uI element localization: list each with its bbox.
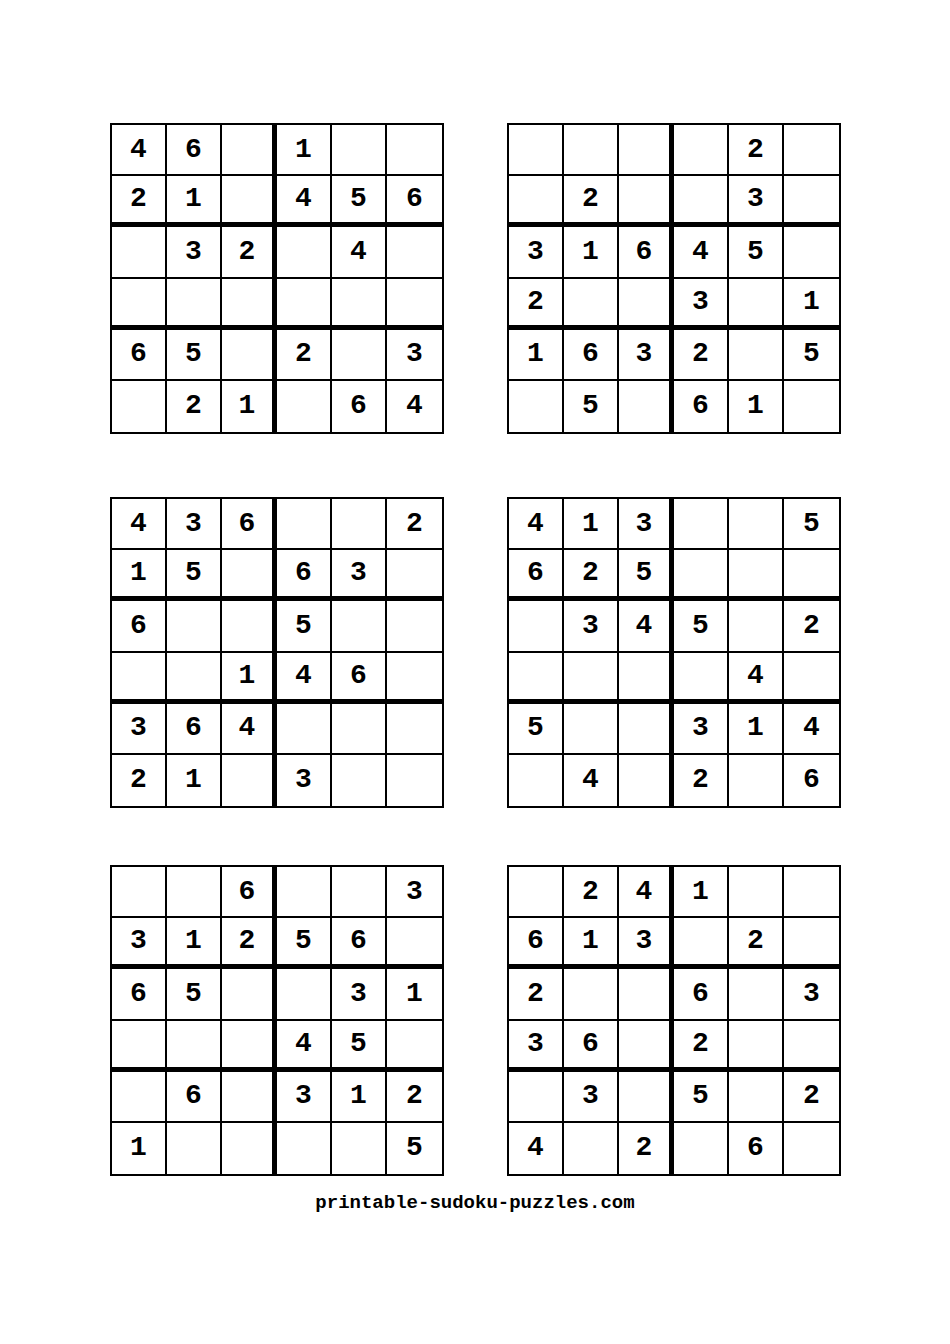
puzzle-4-cell-r4c2	[564, 653, 619, 704]
puzzle-6-cell-r4c1: 3	[509, 1021, 564, 1072]
puzzle-3-cell-r2c5: 3	[332, 550, 387, 601]
puzzle-1-cell-r6c4	[277, 381, 332, 432]
puzzle-3-cell-r3c4: 5	[277, 601, 332, 652]
puzzle-4-cell-r4c6	[784, 653, 839, 704]
puzzle-1-cell-r6c3: 1	[222, 381, 277, 432]
puzzle-4-cell-r3c6: 2	[784, 601, 839, 652]
puzzle-6-cell-r1c3: 4	[619, 867, 674, 918]
puzzle-5-cell-r6c6: 5	[387, 1123, 442, 1174]
puzzle-4-cell-r2c3: 5	[619, 550, 674, 601]
puzzle-5-cell-r6c1: 1	[112, 1123, 167, 1174]
puzzle-1-cell-r4c1	[112, 279, 167, 330]
puzzle-2-cell-r4c5	[729, 279, 784, 330]
puzzle-5-cell-r6c5	[332, 1123, 387, 1174]
puzzle-2-cell-r2c2: 2	[564, 176, 619, 227]
puzzle-1-cell-r4c3	[222, 279, 277, 330]
puzzle-1-cell-r1c5	[332, 125, 387, 176]
puzzle-4-cell-r3c5	[729, 601, 784, 652]
puzzle-1-cell-r5c5	[332, 330, 387, 381]
puzzle-3-cell-r5c2: 6	[167, 704, 222, 755]
puzzle-2-cell-r2c6	[784, 176, 839, 227]
puzzle-5-cell-r3c3	[222, 969, 277, 1020]
puzzle-2-cell-r3c5: 5	[729, 227, 784, 278]
puzzle-1-cell-r4c5	[332, 279, 387, 330]
puzzle-5-cell-r5c3	[222, 1072, 277, 1123]
puzzle-6-cell-r6c1: 4	[509, 1123, 564, 1174]
puzzle-3-cell-r6c2: 1	[167, 755, 222, 806]
puzzle-2-cell-r1c5: 2	[729, 125, 784, 176]
puzzle-5-cell-r1c6: 3	[387, 867, 442, 918]
puzzle-6-cell-r6c4	[674, 1123, 729, 1174]
puzzle-1-cell-r1c4: 1	[277, 125, 332, 176]
puzzle-2-cell-r3c6	[784, 227, 839, 278]
puzzle-1-cell-r3c2: 3	[167, 227, 222, 278]
puzzle-6-cell-r4c6	[784, 1021, 839, 1072]
puzzle-1-cell-r2c6: 6	[387, 176, 442, 227]
sudoku-board-top-right: 2233164523116325561	[507, 123, 841, 434]
puzzle-4-cell-r5c3	[619, 704, 674, 755]
puzzle-6-cell-r6c5: 6	[729, 1123, 784, 1174]
puzzle-3-cell-r5c1: 3	[112, 704, 167, 755]
puzzle-5-cell-r1c5	[332, 867, 387, 918]
puzzle-4-cell-r1c4	[674, 499, 729, 550]
puzzle-1-cell-r3c1	[112, 227, 167, 278]
puzzle-6-cell-r5c2: 3	[564, 1072, 619, 1123]
puzzle-4-cell-r3c3: 4	[619, 601, 674, 652]
puzzle-2-cell-r5c3: 3	[619, 330, 674, 381]
puzzle-6-cell-r6c2	[564, 1123, 619, 1174]
puzzle-6-cell-r2c2: 1	[564, 918, 619, 969]
puzzle-2-cell-r5c4: 2	[674, 330, 729, 381]
puzzle-2-cell-r2c5: 3	[729, 176, 784, 227]
puzzle-2-cell-r4c4: 3	[674, 279, 729, 330]
puzzle-1-cell-r3c5: 4	[332, 227, 387, 278]
puzzle-4-cell-r3c2: 3	[564, 601, 619, 652]
puzzle-5-cell-r4c1	[112, 1021, 167, 1072]
puzzle-6-cell-r1c2: 2	[564, 867, 619, 918]
puzzle-3-cell-r4c4: 4	[277, 653, 332, 704]
sudoku-board-bottom-left: 6331256653145631215	[110, 865, 444, 1176]
puzzle-3-cell-r3c5	[332, 601, 387, 652]
puzzle-3-cell-r1c4	[277, 499, 332, 550]
puzzle-1-cell-r5c6: 3	[387, 330, 442, 381]
puzzle-4-cell-r2c5	[729, 550, 784, 601]
puzzle-3-cell-r3c6	[387, 601, 442, 652]
puzzle-1-cell-r2c1: 2	[112, 176, 167, 227]
puzzle-4-cell-r4c3	[619, 653, 674, 704]
puzzle-6-cell-r4c2: 6	[564, 1021, 619, 1072]
puzzle-6-cell-r5c6: 2	[784, 1072, 839, 1123]
puzzle-5-cell-r3c2: 5	[167, 969, 222, 1020]
puzzle-2-cell-r2c3	[619, 176, 674, 227]
puzzle-3-cell-r3c2	[167, 601, 222, 652]
puzzle-1-cell-r5c3	[222, 330, 277, 381]
puzzle-5-cell-r2c1: 3	[112, 918, 167, 969]
sudoku-board-middle-left: 4362156365146364213	[110, 497, 444, 808]
puzzle-5-cell-r2c3: 2	[222, 918, 277, 969]
puzzle-6-cell-r4c5	[729, 1021, 784, 1072]
puzzle-2-cell-r3c3: 6	[619, 227, 674, 278]
puzzle-6-cell-r3c6: 3	[784, 969, 839, 1020]
puzzle-2-cell-r6c5: 1	[729, 381, 784, 432]
puzzle-1-cell-r2c3	[222, 176, 277, 227]
puzzle-1-cell-r4c2	[167, 279, 222, 330]
puzzle-1-cell-r6c1	[112, 381, 167, 432]
puzzle-5-cell-r4c3	[222, 1021, 277, 1072]
puzzle-6-cell-r5c4: 5	[674, 1072, 729, 1123]
puzzle-4-cell-r6c4: 2	[674, 755, 729, 806]
puzzle-5-cell-r3c5: 3	[332, 969, 387, 1020]
puzzle-1-cell-r6c5: 6	[332, 381, 387, 432]
puzzle-3-cell-r6c5	[332, 755, 387, 806]
puzzle-1-cell-r2c5: 5	[332, 176, 387, 227]
puzzle-2-cell-r1c3	[619, 125, 674, 176]
puzzle-3-cell-r2c4: 6	[277, 550, 332, 601]
puzzle-1-cell-r4c6	[387, 279, 442, 330]
puzzle-5-cell-r5c2: 6	[167, 1072, 222, 1123]
puzzle-2-cell-r4c3	[619, 279, 674, 330]
puzzle-6-cell-r1c5	[729, 867, 784, 918]
puzzle-2-cell-r6c4: 6	[674, 381, 729, 432]
puzzle-4-cell-r2c2: 2	[564, 550, 619, 601]
puzzle-5-cell-r2c2: 1	[167, 918, 222, 969]
puzzle-3-cell-r1c3: 6	[222, 499, 277, 550]
puzzle-1-cell-r2c2: 1	[167, 176, 222, 227]
puzzle-3-cell-r5c6	[387, 704, 442, 755]
puzzle-1-cell-r5c1: 6	[112, 330, 167, 381]
puzzle-3-cell-r2c6	[387, 550, 442, 601]
puzzle-4-cell-r6c5	[729, 755, 784, 806]
puzzle-5-cell-r5c6: 2	[387, 1072, 442, 1123]
puzzle-2-cell-r2c1	[509, 176, 564, 227]
puzzle-1-cell-r5c4: 2	[277, 330, 332, 381]
puzzle-4-cell-r5c6: 4	[784, 704, 839, 755]
puzzle-1-cell-r2c4: 4	[277, 176, 332, 227]
puzzle-4-cell-r5c1: 5	[509, 704, 564, 755]
puzzle-3-cell-r4c3: 1	[222, 653, 277, 704]
puzzle-3-cell-r6c4: 3	[277, 755, 332, 806]
puzzle-5-cell-r1c1	[112, 867, 167, 918]
puzzle-3-cell-r5c3: 4	[222, 704, 277, 755]
puzzle-3-cell-r4c2	[167, 653, 222, 704]
puzzle-5-cell-r2c4: 5	[277, 918, 332, 969]
puzzle-1-cell-r6c6: 4	[387, 381, 442, 432]
puzzle-2-cell-r1c2	[564, 125, 619, 176]
puzzle-4-cell-r6c1	[509, 755, 564, 806]
puzzle-3-cell-r1c5	[332, 499, 387, 550]
puzzle-2-cell-r6c2: 5	[564, 381, 619, 432]
puzzle-1-cell-r1c3	[222, 125, 277, 176]
puzzle-5-cell-r6c2	[167, 1123, 222, 1174]
puzzle-4-cell-r4c4	[674, 653, 729, 704]
puzzle-6-cell-r2c5: 2	[729, 918, 784, 969]
puzzle-6-cell-r4c3	[619, 1021, 674, 1072]
puzzle-6-cell-r3c2	[564, 969, 619, 1020]
puzzle-4-cell-r2c1: 6	[509, 550, 564, 601]
puzzle-1-cell-r1c1: 4	[112, 125, 167, 176]
puzzle-1-cell-r3c6	[387, 227, 442, 278]
puzzle-3-cell-r2c3	[222, 550, 277, 601]
puzzle-6-cell-r6c6	[784, 1123, 839, 1174]
puzzle-3-cell-r3c3	[222, 601, 277, 652]
sudoku-board-top-left: 4612145632465232164	[110, 123, 444, 434]
puzzle-3-cell-r6c3	[222, 755, 277, 806]
puzzle-4-cell-r3c4: 5	[674, 601, 729, 652]
puzzle-5-cell-r4c6	[387, 1021, 442, 1072]
puzzle-1-cell-r1c6	[387, 125, 442, 176]
puzzle-5-cell-r1c3: 6	[222, 867, 277, 918]
puzzle-2-cell-r6c3	[619, 381, 674, 432]
puzzle-1-cell-r1c2: 6	[167, 125, 222, 176]
puzzle-5-cell-r6c4	[277, 1123, 332, 1174]
puzzle-6-cell-r1c4: 1	[674, 867, 729, 918]
puzzle-5-cell-r6c3	[222, 1123, 277, 1174]
puzzle-4-cell-r5c2	[564, 704, 619, 755]
puzzle-2-cell-r4c1: 2	[509, 279, 564, 330]
puzzle-4-cell-r4c5: 4	[729, 653, 784, 704]
puzzle-5-cell-r4c4: 4	[277, 1021, 332, 1072]
puzzle-5-cell-r3c6: 1	[387, 969, 442, 1020]
puzzle-2-cell-r3c1: 3	[509, 227, 564, 278]
puzzle-4-cell-r6c2: 4	[564, 755, 619, 806]
puzzle-4-cell-r4c1	[509, 653, 564, 704]
puzzle-5-cell-r2c5: 6	[332, 918, 387, 969]
puzzle-6-cell-r2c4	[674, 918, 729, 969]
puzzle-2-cell-r5c2: 6	[564, 330, 619, 381]
puzzle-2-cell-r1c1	[509, 125, 564, 176]
footer-site-name: printable-sudoku-puzzles.com	[0, 1192, 950, 1214]
puzzle-4-cell-r1c1: 4	[509, 499, 564, 550]
puzzle-5-cell-r2c6	[387, 918, 442, 969]
puzzle-3-cell-r3c1: 6	[112, 601, 167, 652]
puzzle-3-cell-r4c6	[387, 653, 442, 704]
puzzle-6-cell-r2c6	[784, 918, 839, 969]
puzzle-6-cell-r5c1	[509, 1072, 564, 1123]
printable-sudoku-page: 4612145632465232164 2233164523116325561 …	[0, 0, 950, 1344]
puzzle-3-cell-r6c6	[387, 755, 442, 806]
puzzle-6-cell-r3c1: 2	[509, 969, 564, 1020]
puzzle-3-cell-r1c1: 4	[112, 499, 167, 550]
puzzle-4-cell-r6c6: 6	[784, 755, 839, 806]
puzzle-3-cell-r5c5	[332, 704, 387, 755]
puzzle-5-cell-r1c2	[167, 867, 222, 918]
sudoku-board-middle-right: 4135625345245314426	[507, 497, 841, 808]
puzzle-6-cell-r4c4: 2	[674, 1021, 729, 1072]
puzzle-4-cell-r1c6: 5	[784, 499, 839, 550]
sudoku-board-bottom-right: 2416132263362352426	[507, 865, 841, 1176]
puzzle-2-cell-r6c1	[509, 381, 564, 432]
puzzle-4-cell-r5c5: 1	[729, 704, 784, 755]
puzzle-1-cell-r6c2: 2	[167, 381, 222, 432]
puzzle-6-cell-r2c1: 6	[509, 918, 564, 969]
puzzle-6-cell-r3c4: 6	[674, 969, 729, 1020]
puzzle-6-cell-r5c3	[619, 1072, 674, 1123]
puzzle-2-cell-r3c4: 4	[674, 227, 729, 278]
puzzle-1-cell-r5c2: 5	[167, 330, 222, 381]
puzzle-6-cell-r6c3: 2	[619, 1123, 674, 1174]
puzzle-4-cell-r2c4	[674, 550, 729, 601]
puzzle-4-cell-r1c3: 3	[619, 499, 674, 550]
puzzle-5-cell-r5c4: 3	[277, 1072, 332, 1123]
puzzle-2-cell-r5c1: 1	[509, 330, 564, 381]
puzzle-6-cell-r1c1	[509, 867, 564, 918]
puzzle-3-cell-r1c6: 2	[387, 499, 442, 550]
puzzle-4-cell-r5c4: 3	[674, 704, 729, 755]
puzzle-3-cell-r4c1	[112, 653, 167, 704]
puzzle-4-cell-r1c5	[729, 499, 784, 550]
puzzle-5-cell-r5c1	[112, 1072, 167, 1123]
puzzle-1-cell-r3c4	[277, 227, 332, 278]
puzzle-6-cell-r2c3: 3	[619, 918, 674, 969]
puzzle-2-cell-r6c6	[784, 381, 839, 432]
puzzle-1-cell-r4c4	[277, 279, 332, 330]
puzzle-2-cell-r3c2: 1	[564, 227, 619, 278]
puzzle-5-cell-r3c1: 6	[112, 969, 167, 1020]
puzzle-5-cell-r5c5: 1	[332, 1072, 387, 1123]
puzzle-5-cell-r4c2	[167, 1021, 222, 1072]
puzzle-2-cell-r2c4	[674, 176, 729, 227]
puzzle-2-cell-r1c6	[784, 125, 839, 176]
puzzle-4-cell-r3c1	[509, 601, 564, 652]
puzzle-6-cell-r3c3	[619, 969, 674, 1020]
puzzle-3-cell-r6c1: 2	[112, 755, 167, 806]
puzzle-6-cell-r3c5	[729, 969, 784, 1020]
puzzle-4-cell-r2c6	[784, 550, 839, 601]
puzzle-5-cell-r4c5: 5	[332, 1021, 387, 1072]
puzzle-2-cell-r5c5	[729, 330, 784, 381]
puzzle-2-cell-r5c6: 5	[784, 330, 839, 381]
puzzle-4-cell-r1c2: 1	[564, 499, 619, 550]
puzzle-3-cell-r2c2: 5	[167, 550, 222, 601]
puzzle-2-cell-r4c2	[564, 279, 619, 330]
puzzle-4-cell-r6c3	[619, 755, 674, 806]
puzzle-5-cell-r3c4	[277, 969, 332, 1020]
puzzle-3-cell-r2c1: 1	[112, 550, 167, 601]
puzzle-3-cell-r4c5: 6	[332, 653, 387, 704]
puzzle-6-cell-r1c6	[784, 867, 839, 918]
puzzle-2-cell-r1c4	[674, 125, 729, 176]
puzzle-3-cell-r1c2: 3	[167, 499, 222, 550]
puzzle-5-cell-r1c4	[277, 867, 332, 918]
puzzle-3-cell-r5c4	[277, 704, 332, 755]
puzzle-2-cell-r4c6: 1	[784, 279, 839, 330]
puzzle-1-cell-r3c3: 2	[222, 227, 277, 278]
puzzle-6-cell-r5c5	[729, 1072, 784, 1123]
